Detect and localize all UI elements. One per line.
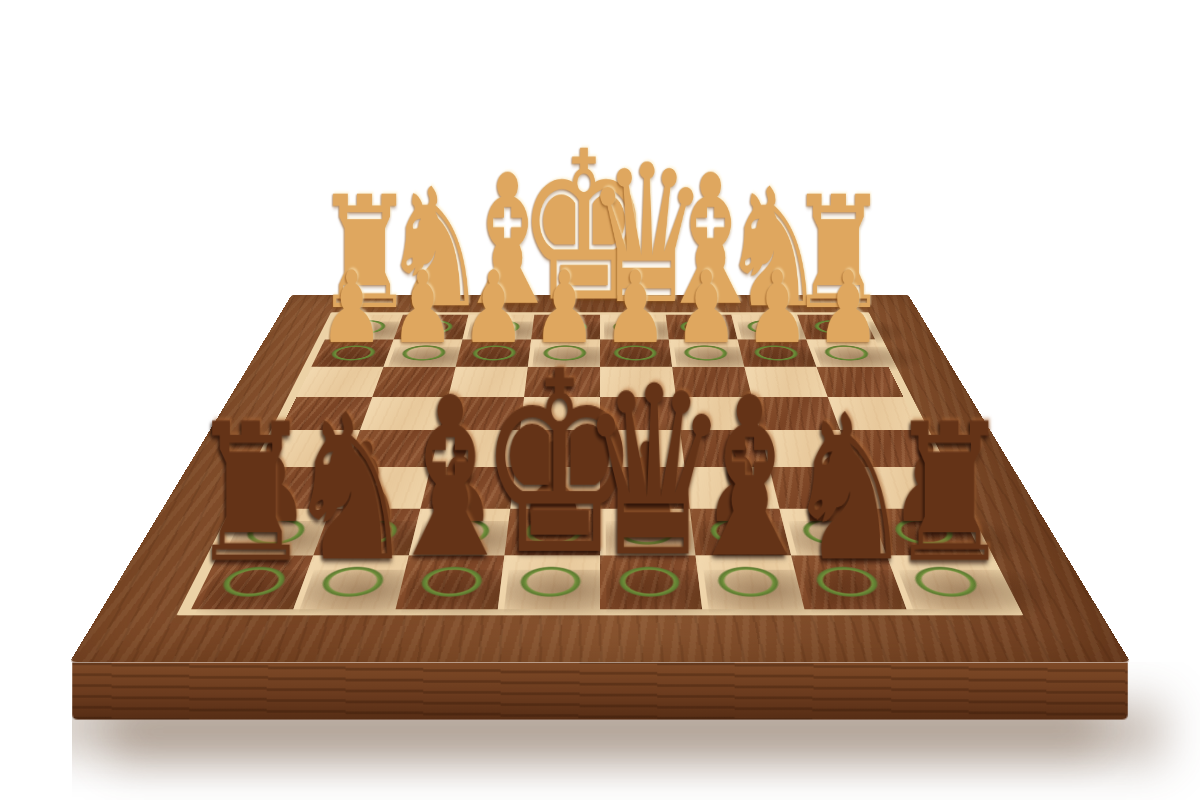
board-front-edge — [72, 662, 1128, 719]
chess-board: ♜♞♝♚♛♝♞♜♟♟♟♟♟♟♟♟♟♟♟♟♟♟♟♟♜♞♝♚♛♝♞♜ — [69, 295, 1130, 663]
photo-canvas: ♜♞♝♚♛♝♞♜♟♟♟♟♟♟♟♟♟♟♟♟♟♟♟♟♜♞♝♚♛♝♞♜ — [0, 0, 1200, 800]
black-rook-glyph: ♜ — [877, 399, 1021, 590]
white-pawn-glyph: ♟ — [797, 258, 899, 357]
square-a8[interactable]: ♜ — [887, 556, 1009, 610]
board-scene: ♜♞♝♚♛♝♞♜♟♟♟♟♟♟♟♟♟♟♟♟♟♟♟♟♜♞♝♚♛♝♞♜ — [0, 0, 1200, 800]
